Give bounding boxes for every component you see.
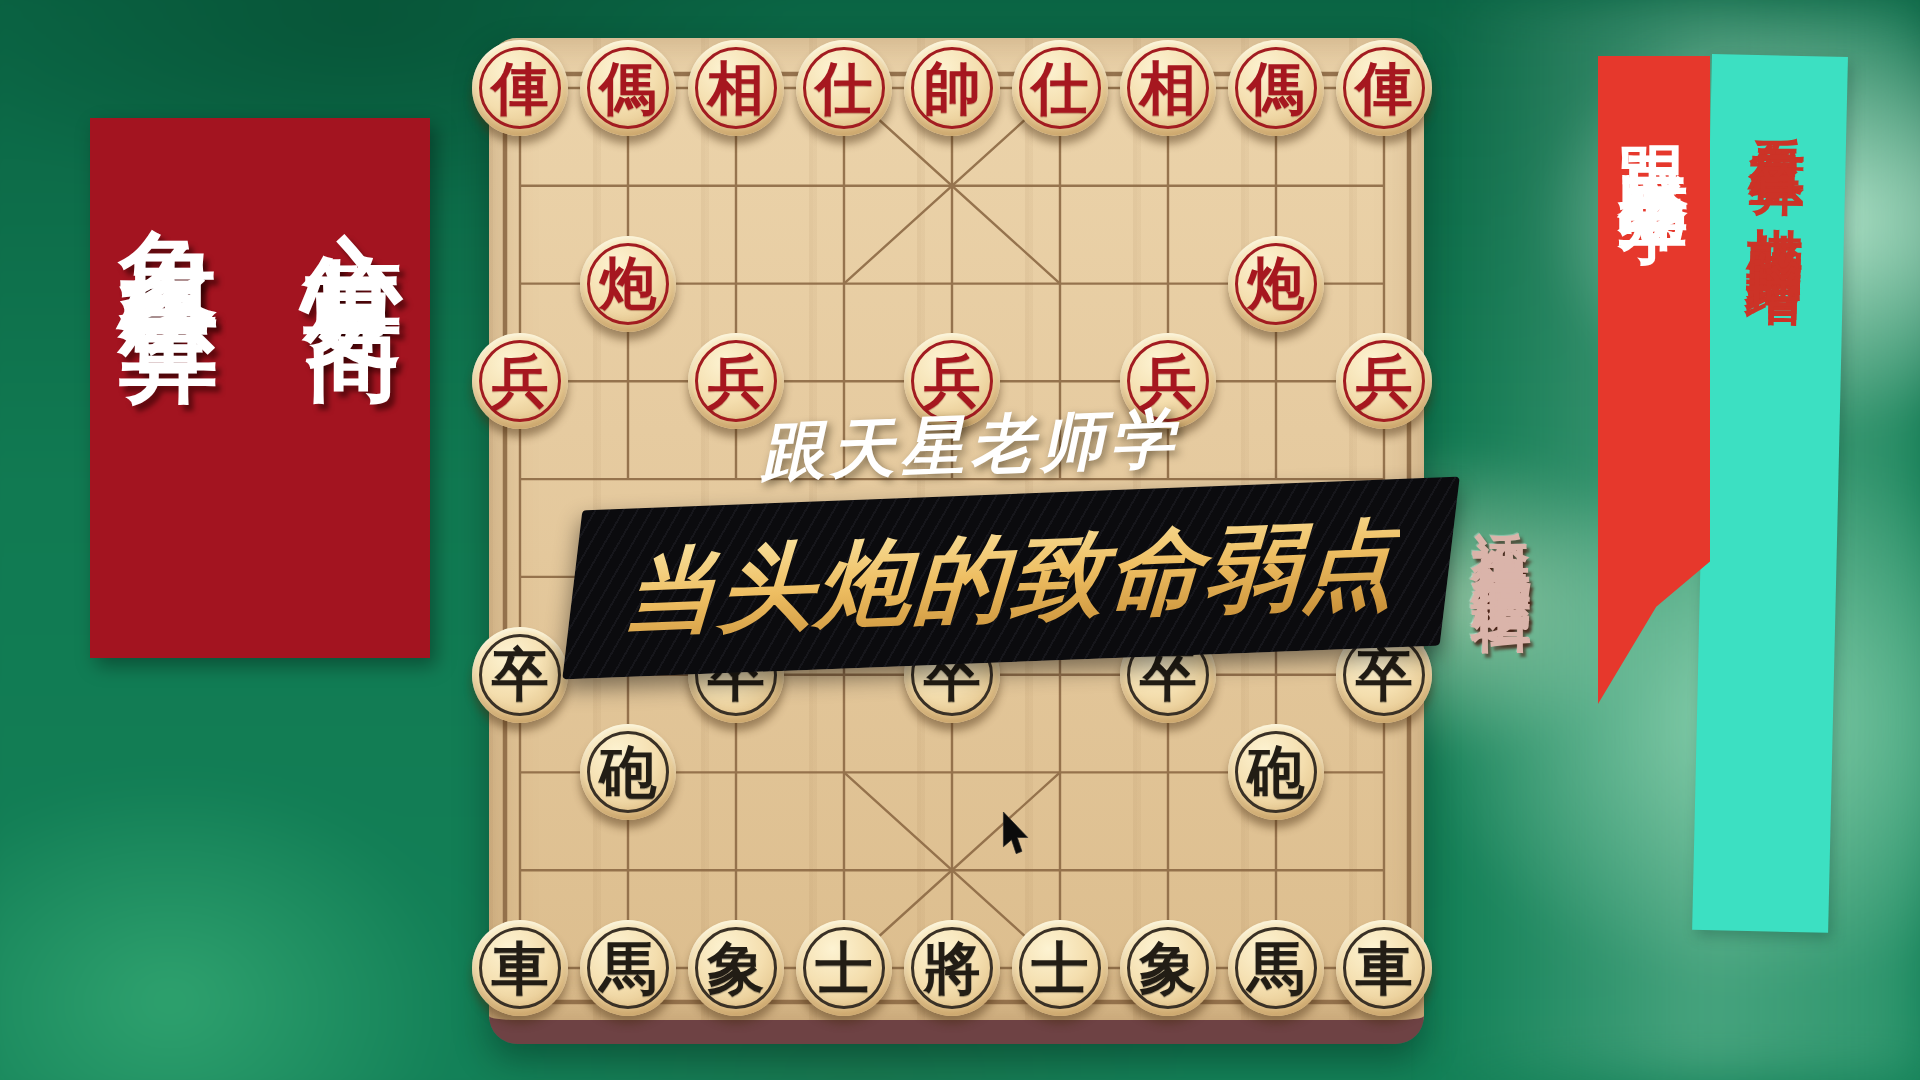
piece-相[interactable]: 相 [1120,40,1216,136]
piece-glyph: 象 [1140,939,1197,996]
video-title: 当头炮的致命弱点 [620,499,1402,656]
piece-炮[interactable]: 炮 [580,236,676,332]
stage: 象棋星算 心算更简 俥傌相仕帥仕相傌俥炮炮兵兵兵兵兵卒卒卒卒卒砲砲車馬象士將士象… [0,0,1920,1080]
piece-glyph: 卒 [492,645,549,702]
teal-banner-text: 看象棋星算 棋艺蹭蹭的增增增 [1732,91,1807,932]
piece-glyph: 炮 [1248,254,1305,311]
piece-glyph: 兵 [924,352,981,409]
piece-兵[interactable]: 兵 [472,333,568,429]
piece-glyph: 士 [1032,939,1089,996]
piece-砲[interactable]: 砲 [1228,724,1324,820]
piece-士[interactable]: 士 [796,920,892,1016]
piece-傌[interactable]: 傌 [1228,40,1324,136]
piece-俥[interactable]: 俥 [1336,40,1432,136]
piece-兵[interactable]: 兵 [1336,333,1432,429]
piece-仕[interactable]: 仕 [1012,40,1108,136]
video-title-banner: 当头炮的致命弱点 [562,477,1459,680]
left-banner-column-2: 心算更简 [304,148,404,632]
piece-glyph: 象 [708,939,765,996]
piece-glyph: 仕 [816,59,873,116]
piece-glyph: 兵 [1356,352,1413,409]
piece-glyph: 傌 [1248,59,1305,116]
piece-帥[interactable]: 帥 [904,40,1000,136]
piece-glyph: 車 [492,939,549,996]
piece-glyph: 卒 [1356,645,1413,702]
piece-glyph: 車 [1356,939,1413,996]
piece-卒[interactable]: 卒 [472,627,568,723]
piece-glyph: 馬 [600,939,657,996]
piece-glyph: 兵 [492,352,549,409]
piece-glyph: 俥 [492,59,549,116]
left-title-banner: 象棋星算 心算更简 [90,118,430,658]
piece-glyph: 相 [1140,59,1197,116]
piece-glyph: 仕 [1032,59,1089,116]
piece-士[interactable]: 士 [1012,920,1108,1016]
piece-glyph: 傌 [600,59,657,116]
piece-車[interactable]: 車 [472,920,568,1016]
teal-banner: 看象棋星算 棋艺蹭蹭的增增增 [1692,54,1848,933]
piece-glyph: 馬 [1248,939,1305,996]
piece-馬[interactable]: 馬 [580,920,676,1016]
piece-象[interactable]: 象 [688,920,784,1016]
left-banner-column-1: 象棋星算 [120,148,220,632]
piece-glyph: 將 [924,939,981,996]
piece-仕[interactable]: 仕 [796,40,892,136]
piece-炮[interactable]: 炮 [1228,236,1324,332]
piece-相[interactable]: 相 [688,40,784,136]
piece-將[interactable]: 將 [904,920,1000,1016]
piece-砲[interactable]: 砲 [580,724,676,820]
piece-馬[interactable]: 馬 [1228,920,1324,1016]
piece-glyph: 炮 [600,254,657,311]
piece-傌[interactable]: 傌 [580,40,676,136]
side-caption: 透视象棋底层逻辑 [1472,482,1532,1042]
piece-象[interactable]: 象 [1120,920,1216,1016]
piece-glyph: 砲 [1248,743,1305,800]
piece-俥[interactable]: 俥 [472,40,568,136]
piece-glyph: 相 [708,59,765,116]
mouse-cursor-icon [998,812,1032,856]
piece-glyph: 兵 [708,352,765,409]
piece-glyph: 砲 [600,743,657,800]
piece-glyph: 俥 [1356,59,1413,116]
piece-glyph: 士 [816,939,873,996]
piece-glyph: 帥 [924,59,981,116]
piece-車[interactable]: 車 [1336,920,1432,1016]
